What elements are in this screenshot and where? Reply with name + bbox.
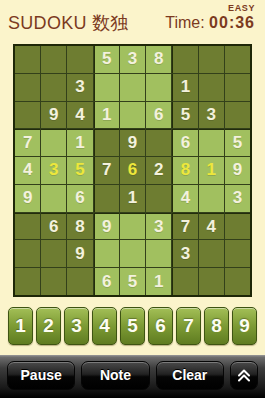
- timer: Time: 00:36: [165, 14, 255, 32]
- cell-r5c1[interactable]: 4: [15, 157, 40, 184]
- cell-r1c2[interactable]: [41, 46, 66, 73]
- cell-r7c7[interactable]: 7: [172, 213, 197, 240]
- cell-r3c5[interactable]: [120, 102, 145, 129]
- cell-r3c6[interactable]: 6: [146, 102, 171, 129]
- cell-r1c1[interactable]: [15, 46, 40, 73]
- numpad-button-9[interactable]: 9: [232, 307, 257, 345]
- collapse-button[interactable]: [230, 361, 258, 390]
- cell-r4c5[interactable]: 9: [120, 129, 145, 156]
- cell-r7c8[interactable]: 4: [199, 213, 224, 240]
- cell-r7c5[interactable]: [120, 213, 145, 240]
- header-right: EASY Time: 00:36: [165, 3, 255, 32]
- numpad-button-3[interactable]: 3: [64, 307, 89, 345]
- cell-r8c4[interactable]: [94, 240, 119, 267]
- cell-r7c1[interactable]: [15, 213, 40, 240]
- number-pad: 123456789: [8, 307, 257, 345]
- cell-r2c4[interactable]: [94, 74, 119, 101]
- cell-r2c3[interactable]: 3: [67, 74, 92, 101]
- cell-r3c4[interactable]: 1: [94, 102, 119, 129]
- time-label: Time:: [165, 14, 204, 31]
- numpad-button-6[interactable]: 6: [148, 307, 173, 345]
- time-value: 00:36: [209, 14, 255, 31]
- cell-r1c6[interactable]: 8: [146, 46, 171, 73]
- cell-r4c4[interactable]: [94, 129, 119, 156]
- double-chevron-up-icon: [236, 367, 252, 383]
- cell-r3c3[interactable]: 4: [67, 102, 92, 129]
- cell-r9c2[interactable]: [41, 268, 66, 295]
- cell-r5c7[interactable]: 8: [172, 157, 197, 184]
- cell-r4c9[interactable]: 5: [225, 129, 250, 156]
- cell-r1c3[interactable]: [67, 46, 92, 73]
- cell-r2c5[interactable]: [120, 74, 145, 101]
- cell-r5c3[interactable]: 5: [67, 157, 92, 184]
- cell-r9c3[interactable]: [67, 268, 92, 295]
- cell-r6c5[interactable]: 1: [120, 185, 145, 212]
- note-button[interactable]: Note: [81, 361, 149, 390]
- cell-r8c8[interactable]: [199, 240, 224, 267]
- numpad-button-7[interactable]: 7: [176, 307, 201, 345]
- numpad-button-1[interactable]: 1: [8, 307, 33, 345]
- cell-r8c5[interactable]: [120, 240, 145, 267]
- cell-r7c3[interactable]: 8: [67, 213, 92, 240]
- cell-r1c5[interactable]: 3: [120, 46, 145, 73]
- bottom-toolbar: Pause Note Clear: [0, 355, 265, 398]
- cell-r3c9[interactable]: [225, 102, 250, 129]
- cell-r4c6[interactable]: [146, 129, 171, 156]
- cell-r5c8[interactable]: 1: [199, 157, 224, 184]
- cell-r6c9[interactable]: 3: [225, 185, 250, 212]
- cell-r9c5[interactable]: 5: [120, 268, 145, 295]
- cell-r7c2[interactable]: 6: [41, 213, 66, 240]
- numpad-button-5[interactable]: 5: [120, 307, 145, 345]
- cell-r6c4[interactable]: [94, 185, 119, 212]
- cell-r4c1[interactable]: 7: [15, 129, 40, 156]
- cell-r5c2[interactable]: 3: [41, 157, 66, 184]
- sudoku-board: 5383194165371965435762819961436893749365…: [13, 44, 252, 297]
- cell-r1c9[interactable]: [225, 46, 250, 73]
- numpad-button-8[interactable]: 8: [204, 307, 229, 345]
- cell-r2c7[interactable]: 1: [172, 74, 197, 101]
- cell-r5c9[interactable]: 9: [225, 157, 250, 184]
- cell-r9c4[interactable]: 6: [94, 268, 119, 295]
- cell-r3c1[interactable]: [15, 102, 40, 129]
- cell-r9c1[interactable]: [15, 268, 40, 295]
- cell-r5c6[interactable]: 2: [146, 157, 171, 184]
- cell-r1c7[interactable]: [172, 46, 197, 73]
- clear-button[interactable]: Clear: [156, 361, 224, 390]
- cell-r6c8[interactable]: [199, 185, 224, 212]
- cell-r3c7[interactable]: 5: [172, 102, 197, 129]
- cell-r4c8[interactable]: [199, 129, 224, 156]
- cell-r6c1[interactable]: 9: [15, 185, 40, 212]
- cell-r2c6[interactable]: [146, 74, 171, 101]
- cell-r9c6[interactable]: 1: [146, 268, 171, 295]
- cell-r1c4[interactable]: 5: [94, 46, 119, 73]
- pause-button[interactable]: Pause: [7, 361, 75, 390]
- cell-r4c7[interactable]: 6: [172, 129, 197, 156]
- cell-r6c2[interactable]: [41, 185, 66, 212]
- numpad-button-4[interactable]: 4: [92, 307, 117, 345]
- cell-r8c2[interactable]: [41, 240, 66, 267]
- cell-r8c3[interactable]: 9: [67, 240, 92, 267]
- cell-r4c2[interactable]: [41, 129, 66, 156]
- cell-r8c7[interactable]: 3: [172, 240, 197, 267]
- app-title: SUDOKU 数独: [8, 11, 129, 35]
- cell-r8c6[interactable]: [146, 240, 171, 267]
- cell-r2c9[interactable]: [225, 74, 250, 101]
- cell-r5c5[interactable]: 6: [120, 157, 145, 184]
- cell-r2c1[interactable]: [15, 74, 40, 101]
- cell-r6c7[interactable]: 4: [172, 185, 197, 212]
- cell-r9c9[interactable]: [225, 268, 250, 295]
- cell-r8c1[interactable]: [15, 240, 40, 267]
- cell-r1c8[interactable]: [199, 46, 224, 73]
- cell-r2c2[interactable]: [41, 74, 66, 101]
- cell-r5c4[interactable]: 7: [94, 157, 119, 184]
- cell-r4c3[interactable]: 1: [67, 129, 92, 156]
- cell-r2c8[interactable]: [199, 74, 224, 101]
- cell-r7c6[interactable]: 3: [146, 213, 171, 240]
- numpad-button-2[interactable]: 2: [36, 307, 61, 345]
- cell-r8c9[interactable]: [225, 240, 250, 267]
- cell-r6c3[interactable]: 6: [67, 185, 92, 212]
- cell-r9c7[interactable]: [172, 268, 197, 295]
- cell-r9c8[interactable]: [199, 268, 224, 295]
- cell-r7c4[interactable]: 9: [94, 213, 119, 240]
- difficulty-badge: EASY: [165, 3, 255, 13]
- cell-r6c6[interactable]: [146, 185, 171, 212]
- cell-r3c8[interactable]: 3: [199, 102, 224, 129]
- cell-r7c9[interactable]: [225, 213, 250, 240]
- cell-r3c2[interactable]: 9: [41, 102, 66, 129]
